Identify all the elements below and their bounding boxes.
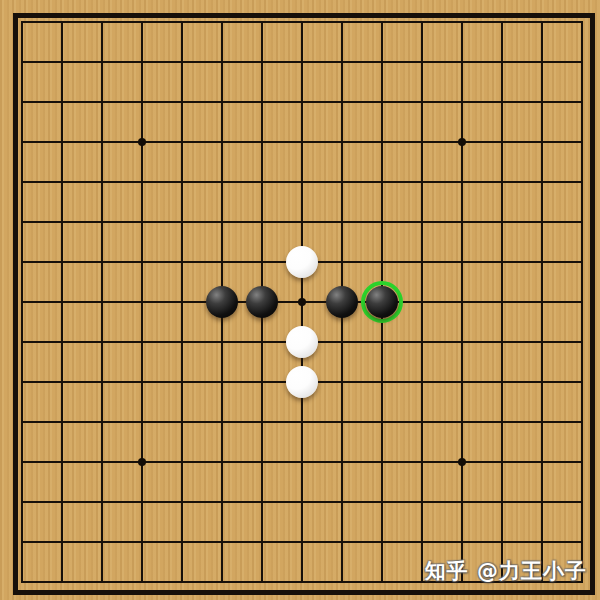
intersection-d11[interactable] [122,162,162,202]
intersection-d9[interactable] [122,242,162,282]
intersection-n2[interactable] [522,522,562,562]
intersection-k10[interactable] [402,202,442,242]
intersection-h14[interactable] [282,42,322,82]
intersection-e12[interactable] [162,122,202,162]
intersection-a7[interactable] [2,322,42,362]
intersection-j15[interactable] [362,2,402,42]
intersection-e7[interactable] [162,322,202,362]
intersection-d15[interactable] [122,2,162,42]
intersection-d3[interactable] [122,482,162,522]
intersection-k2[interactable] [402,522,442,562]
intersection-i12[interactable] [322,122,362,162]
intersection-f5[interactable] [202,402,242,442]
intersection-c15[interactable] [82,2,122,42]
intersection-i2[interactable] [322,522,362,562]
intersection-a4[interactable] [2,442,42,482]
intersection-g4[interactable] [242,442,282,482]
intersection-g15[interactable] [242,2,282,42]
intersection-o5[interactable] [562,402,600,442]
intersection-k4[interactable] [402,442,442,482]
intersection-d10[interactable] [122,202,162,242]
intersection-l3[interactable] [442,482,482,522]
intersection-g11[interactable] [242,162,282,202]
white-stone [286,246,318,278]
intersection-k15[interactable] [402,2,442,42]
black-stone [246,286,278,318]
intersection-n14[interactable] [522,42,562,82]
intersection-i15[interactable] [322,2,362,42]
intersection-b8[interactable] [42,282,82,322]
intersection-a10[interactable] [2,202,42,242]
intersection-o4[interactable] [562,442,600,482]
intersection-g2[interactable] [242,522,282,562]
intersection-e14[interactable] [162,42,202,82]
intersection-c7[interactable] [82,322,122,362]
intersection-n8[interactable] [522,282,562,322]
intersection-b15[interactable] [42,2,82,42]
intersection-l15[interactable] [442,2,482,42]
intersection-e6[interactable] [162,362,202,402]
intersection-f9[interactable] [202,242,242,282]
intersection-m11[interactable] [482,162,522,202]
intersection-m14[interactable] [482,42,522,82]
intersection-d14[interactable] [122,42,162,82]
intersection-i10[interactable] [322,202,362,242]
intersection-h5[interactable] [282,402,322,442]
intersection-i14[interactable] [322,42,362,82]
intersection-f4[interactable] [202,442,242,482]
star-point [458,458,466,466]
intersection-d6[interactable] [122,362,162,402]
star-point [138,458,146,466]
intersection-c12[interactable] [82,122,122,162]
intersection-n6[interactable] [522,362,562,402]
intersection-k11[interactable] [402,162,442,202]
intersection-f14[interactable] [202,42,242,82]
intersection-o3[interactable] [562,482,600,522]
intersection-a12[interactable] [2,122,42,162]
intersection-a15[interactable] [2,2,42,42]
intersection-c3[interactable] [82,482,122,522]
intersection-b12[interactable] [42,122,82,162]
intersection-i4[interactable] [322,442,362,482]
intersection-g3[interactable] [242,482,282,522]
intersection-b4[interactable] [42,442,82,482]
intersection-l8[interactable] [442,282,482,322]
intersection-i13[interactable] [322,82,362,122]
board-grid [2,2,600,600]
intersection-m10[interactable] [482,202,522,242]
intersection-h9[interactable] [282,242,322,282]
intersection-i1[interactable] [322,562,362,600]
intersection-f1[interactable] [202,562,242,600]
intersection-f13[interactable] [202,82,242,122]
intersection-m13[interactable] [482,82,522,122]
intersection-c2[interactable] [82,522,122,562]
intersection-j8[interactable] [362,282,402,322]
white-stone [286,366,318,398]
intersection-b13[interactable] [42,82,82,122]
intersection-h8[interactable] [282,282,322,322]
intersection-l9[interactable] [442,242,482,282]
intersection-i8[interactable] [322,282,362,322]
intersection-k12[interactable] [402,122,442,162]
intersection-k9[interactable] [402,242,442,282]
intersection-m5[interactable] [482,402,522,442]
intersection-b1[interactable] [42,562,82,600]
intersection-b11[interactable] [42,162,82,202]
intersection-l6[interactable] [442,362,482,402]
intersection-d1[interactable] [122,562,162,600]
intersection-b3[interactable] [42,482,82,522]
intersection-g14[interactable] [242,42,282,82]
intersection-j12[interactable] [362,122,402,162]
intersection-j7[interactable] [362,322,402,362]
intersection-h7[interactable] [282,322,322,362]
intersection-f8[interactable] [202,282,242,322]
intersection-j11[interactable] [362,162,402,202]
intersection-o9[interactable] [562,242,600,282]
intersection-l12[interactable] [442,122,482,162]
intersection-e2[interactable] [162,522,202,562]
intersection-i9[interactable] [322,242,362,282]
intersection-d4[interactable] [122,442,162,482]
intersection-n12[interactable] [522,122,562,162]
intersection-h4[interactable] [282,442,322,482]
intersection-f15[interactable] [202,2,242,42]
intersection-l13[interactable] [442,82,482,122]
intersection-d7[interactable] [122,322,162,362]
intersection-k6[interactable] [402,362,442,402]
intersection-g6[interactable] [242,362,282,402]
black-stone [366,286,398,318]
intersection-e15[interactable] [162,2,202,42]
intersection-e4[interactable] [162,442,202,482]
intersection-g1[interactable] [242,562,282,600]
intersection-c8[interactable] [82,282,122,322]
intersection-c6[interactable] [82,362,122,402]
intersection-h11[interactable] [282,162,322,202]
intersection-h2[interactable] [282,522,322,562]
intersection-m6[interactable] [482,362,522,402]
intersection-j9[interactable] [362,242,402,282]
intersection-a9[interactable] [2,242,42,282]
intersection-e5[interactable] [162,402,202,442]
intersection-g8[interactable] [242,282,282,322]
intersection-k5[interactable] [402,402,442,442]
intersection-l5[interactable] [442,402,482,442]
intersection-a2[interactable] [2,522,42,562]
intersection-m4[interactable] [482,442,522,482]
intersection-k13[interactable] [402,82,442,122]
intersection-c5[interactable] [82,402,122,442]
intersection-f6[interactable] [202,362,242,402]
intersection-f3[interactable] [202,482,242,522]
intersection-b14[interactable] [42,42,82,82]
intersection-a1[interactable] [2,562,42,600]
intersection-j2[interactable] [362,522,402,562]
intersection-c13[interactable] [82,82,122,122]
intersection-o11[interactable] [562,162,600,202]
intersection-j14[interactable] [362,42,402,82]
intersection-a5[interactable] [2,402,42,442]
intersection-j10[interactable] [362,202,402,242]
watermark: 知乎 @力王小子 [425,557,587,585]
intersection-l11[interactable] [442,162,482,202]
intersection-f12[interactable] [202,122,242,162]
intersection-n11[interactable] [522,162,562,202]
intersection-h6[interactable] [282,362,322,402]
intersection-o6[interactable] [562,362,600,402]
intersection-d8[interactable] [122,282,162,322]
star-point [298,298,306,306]
intersection-i7[interactable] [322,322,362,362]
intersection-n9[interactable] [522,242,562,282]
intersection-d2[interactable] [122,522,162,562]
intersection-i11[interactable] [322,162,362,202]
intersection-b7[interactable] [42,322,82,362]
intersection-m12[interactable] [482,122,522,162]
intersection-c9[interactable] [82,242,122,282]
intersection-l14[interactable] [442,42,482,82]
intersection-l10[interactable] [442,202,482,242]
intersection-i3[interactable] [322,482,362,522]
intersection-f11[interactable] [202,162,242,202]
intersection-k8[interactable] [402,282,442,322]
intersection-b5[interactable] [42,402,82,442]
intersection-n13[interactable] [522,82,562,122]
intersection-a14[interactable] [2,42,42,82]
intersection-j5[interactable] [362,402,402,442]
intersection-m8[interactable] [482,282,522,322]
intersection-g9[interactable] [242,242,282,282]
intersection-h12[interactable] [282,122,322,162]
intersection-o10[interactable] [562,202,600,242]
intersection-l4[interactable] [442,442,482,482]
intersection-j4[interactable] [362,442,402,482]
intersection-m2[interactable] [482,522,522,562]
goban: 知乎 @力王小子 [0,0,600,600]
intersection-h10[interactable] [282,202,322,242]
intersection-c14[interactable] [82,42,122,82]
intersection-m15[interactable] [482,2,522,42]
intersection-e13[interactable] [162,82,202,122]
intersection-e11[interactable] [162,162,202,202]
intersection-d5[interactable] [122,402,162,442]
intersection-o2[interactable] [562,522,600,562]
intersection-k3[interactable] [402,482,442,522]
intersection-n10[interactable] [522,202,562,242]
intersection-c1[interactable] [82,562,122,600]
intersection-l7[interactable] [442,322,482,362]
intersection-c11[interactable] [82,162,122,202]
intersection-h15[interactable] [282,2,322,42]
intersection-m9[interactable] [482,242,522,282]
intersection-c4[interactable] [82,442,122,482]
intersection-h13[interactable] [282,82,322,122]
intersection-l2[interactable] [442,522,482,562]
intersection-e9[interactable] [162,242,202,282]
intersection-o13[interactable] [562,82,600,122]
black-stone [326,286,358,318]
intersection-f2[interactable] [202,522,242,562]
intersection-b10[interactable] [42,202,82,242]
intersection-o8[interactable] [562,282,600,322]
intersection-n5[interactable] [522,402,562,442]
intersection-m7[interactable] [482,322,522,362]
intersection-j1[interactable] [362,562,402,600]
intersection-i6[interactable] [322,362,362,402]
intersection-e1[interactable] [162,562,202,600]
intersection-f7[interactable] [202,322,242,362]
intersection-a6[interactable] [2,362,42,402]
intersection-e8[interactable] [162,282,202,322]
intersection-n3[interactable] [522,482,562,522]
intersection-b2[interactable] [42,522,82,562]
intersection-j6[interactable] [362,362,402,402]
intersection-f10[interactable] [202,202,242,242]
intersection-b9[interactable] [42,242,82,282]
intersection-j13[interactable] [362,82,402,122]
intersection-o7[interactable] [562,322,600,362]
intersection-e10[interactable] [162,202,202,242]
intersection-a11[interactable] [2,162,42,202]
intersection-n15[interactable] [522,2,562,42]
intersection-d13[interactable] [122,82,162,122]
intersection-o15[interactable] [562,2,600,42]
intersection-h3[interactable] [282,482,322,522]
intersection-m3[interactable] [482,482,522,522]
intersection-k7[interactable] [402,322,442,362]
intersection-a3[interactable] [2,482,42,522]
white-stone [286,326,318,358]
intersection-g13[interactable] [242,82,282,122]
intersection-o14[interactable] [562,42,600,82]
intersection-a13[interactable] [2,82,42,122]
intersection-a8[interactable] [2,282,42,322]
intersection-g12[interactable] [242,122,282,162]
intersection-o12[interactable] [562,122,600,162]
star-point [138,138,146,146]
star-point [458,138,466,146]
intersection-e3[interactable] [162,482,202,522]
black-stone [206,286,238,318]
intersection-h1[interactable] [282,562,322,600]
intersection-n4[interactable] [522,442,562,482]
intersection-n7[interactable] [522,322,562,362]
intersection-g10[interactable] [242,202,282,242]
intersection-j3[interactable] [362,482,402,522]
intersection-d12[interactable] [122,122,162,162]
intersection-c10[interactable] [82,202,122,242]
intersection-k14[interactable] [402,42,442,82]
intersection-b6[interactable] [42,362,82,402]
intersection-i5[interactable] [322,402,362,442]
intersection-g5[interactable] [242,402,282,442]
intersection-g7[interactable] [242,322,282,362]
